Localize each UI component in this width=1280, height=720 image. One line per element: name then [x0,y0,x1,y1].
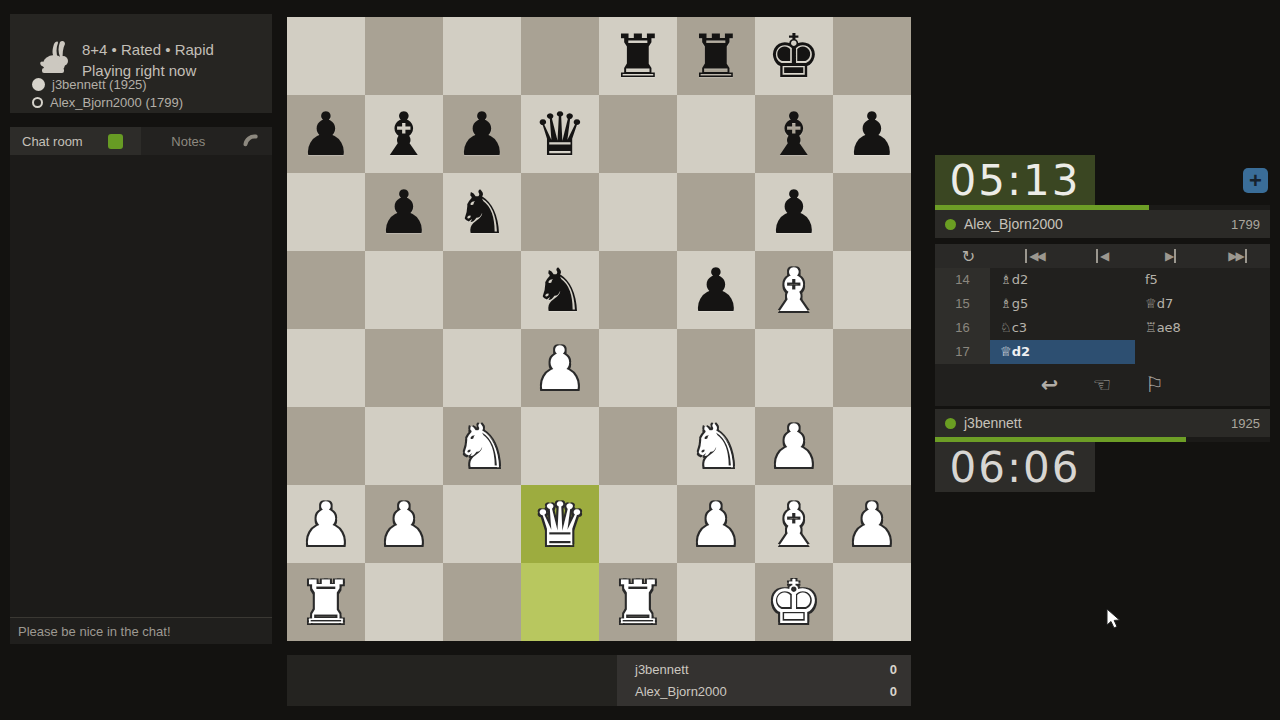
move-number: 17 [935,340,990,364]
square-d6[interactable] [521,173,599,251]
black-player-line[interactable]: Alex_Bjorn2000 (1799) [32,95,183,110]
square-c1[interactable] [443,563,521,641]
resign-button[interactable]: ⚐ [1145,373,1164,397]
black-pawn-b6[interactable]: ♟ [377,173,431,251]
rabbit-icon [32,38,72,78]
square-b6[interactable]: ♟ [365,173,443,251]
score-value-black: 0 [890,684,897,699]
chat-toggle-icon[interactable] [108,134,123,149]
square-c8[interactable] [443,17,521,95]
square-a6[interactable] [287,173,365,251]
square-g1[interactable]: ♚ [755,563,833,641]
score-name-white: j3bennett [635,662,689,677]
nav-next-icon: ▶ [1163,249,1176,263]
square-c6[interactable]: ♞ [443,173,521,251]
square-c5[interactable] [443,251,521,329]
move-number: 15 [935,292,990,316]
game-side-panel: 05:13 + Alex_Bjorn2000 1799 ↻◀◀◀▶▶▶ 14♗d… [935,155,1270,492]
bottom-clock: 06:06 [935,442,1095,492]
square-g7[interactable]: ♝ [755,95,833,173]
add-time-button[interactable]: + [1243,168,1268,193]
black-pawn-h7[interactable]: ♟ [845,95,899,173]
move-number: 16 [935,316,990,340]
square-b5[interactable] [365,251,443,329]
white-pawn-d4[interactable]: ♟ [533,329,587,407]
chat-panel: Chat room Notes [10,127,272,644]
square-f4[interactable] [677,329,755,407]
chat-room-label: Chat room [22,134,83,149]
move-15-white[interactable]: ♗g5 [990,292,1135,316]
square-a4[interactable] [287,329,365,407]
online-dot-icon [945,418,956,429]
bottom-player-rating: 1925 [1231,416,1260,431]
square-e6[interactable] [599,173,677,251]
square-d1[interactable] [521,563,599,641]
move-17-black[interactable] [1135,340,1270,364]
square-h2[interactable]: ♟ [833,485,911,563]
black-queen-d7[interactable]: ♛ [533,95,587,173]
square-h8[interactable] [833,17,911,95]
game-page: 8+4 • Rated • Rapid Playing right now j3… [0,0,1280,720]
square-e5[interactable] [599,251,677,329]
white-knight-c3[interactable]: ♞ [455,407,509,485]
nav-last-icon: ▶▶ [1226,249,1246,263]
bottom-player-name: j3bennett [964,415,1022,431]
game-info-box: 8+4 • Rated • Rapid Playing right now j3… [10,14,272,113]
square-b2[interactable]: ♟ [365,485,443,563]
square-a1[interactable]: ♜ [287,563,365,641]
square-f8[interactable]: ♜ [677,17,755,95]
square-h7[interactable]: ♟ [833,95,911,173]
phone-icon[interactable] [242,132,260,150]
move-row-16: 16♘c3♖ae8 [935,316,1270,340]
white-pawn-f2[interactable]: ♟ [689,485,743,563]
score-box: j3bennett 0 Alex_Bjorn2000 0 [617,655,911,706]
square-f2[interactable]: ♟ [677,485,755,563]
square-d7[interactable]: ♛ [521,95,599,173]
white-bishop-g5[interactable]: ♝ [767,251,821,329]
black-pawn-g6[interactable]: ♟ [767,173,821,251]
square-e4[interactable] [599,329,677,407]
square-c2[interactable] [443,485,521,563]
square-a8[interactable] [287,17,365,95]
square-b7[interactable]: ♝ [365,95,443,173]
mouse-cursor [1106,608,1122,630]
square-a3[interactable] [287,407,365,485]
square-f1[interactable] [677,563,755,641]
move-list: 14♗d2f515♗g5♕d716♘c3♖ae817♕d2 [935,268,1270,364]
score-value-white: 0 [890,662,897,677]
move-14-black[interactable]: f5 [1135,268,1270,292]
square-f3[interactable]: ♞ [677,407,755,485]
square-d4[interactable]: ♟ [521,329,599,407]
black-knight-c6[interactable]: ♞ [455,173,509,251]
square-g8[interactable]: ♚ [755,17,833,95]
square-g2[interactable]: ♝ [755,485,833,563]
black-disc-icon [32,97,43,108]
square-h4[interactable] [833,329,911,407]
black-player-label: Alex_Bjorn2000 (1799) [50,95,183,110]
square-b8[interactable] [365,17,443,95]
white-pawn-h2[interactable]: ♟ [845,485,899,563]
score-bar: j3bennett 0 Alex_Bjorn2000 0 [287,655,911,706]
nav-prev-button[interactable]: ◀ [1069,249,1136,263]
nav-last-button[interactable]: ▶▶ [1203,249,1270,263]
nav-flip-icon: ↻ [960,247,977,266]
online-dot-icon [945,219,956,230]
nav-prev-icon: ◀ [1096,249,1109,263]
chat-tabs: Chat room Notes [10,127,272,155]
black-rook-e8[interactable]: ♜ [611,17,665,95]
white-pawn-g3[interactable]: ♟ [767,407,821,485]
square-f7[interactable] [677,95,755,173]
square-e1[interactable]: ♜ [599,563,677,641]
move-row-15: 15♗g5♕d7 [935,292,1270,316]
square-e8[interactable]: ♜ [599,17,677,95]
nav-first-button[interactable]: ◀◀ [1002,249,1069,263]
square-c3[interactable]: ♞ [443,407,521,485]
square-h5[interactable] [833,251,911,329]
square-e7[interactable] [599,95,677,173]
move-16-black[interactable]: ♖ae8 [1135,316,1270,340]
chat-input-row [10,617,272,644]
square-a7[interactable]: ♟ [287,95,365,173]
chat-input[interactable] [10,618,272,644]
nav-next-button[interactable]: ▶ [1136,249,1203,263]
square-b3[interactable] [365,407,443,485]
score-row-white: j3bennett 0 [617,662,911,677]
score-row-black: Alex_Bjorn2000 0 [617,684,911,699]
white-queen-d2[interactable]: ♛ [533,485,587,563]
move-15-black[interactable]: ♕d7 [1135,292,1270,316]
square-e2[interactable] [599,485,677,563]
square-a2[interactable]: ♟ [287,485,365,563]
square-b4[interactable] [365,329,443,407]
square-g4[interactable] [755,329,833,407]
white-rook-e1[interactable]: ♜ [611,563,665,641]
white-pawn-a2[interactable]: ♟ [299,485,353,563]
top-clock: 05:13 [935,155,1095,205]
offer-draw-button[interactable]: ☜ [1092,373,1111,397]
chat-messages [10,155,272,617]
white-knight-f3[interactable]: ♞ [689,407,743,485]
move-row-14: 14♗d2f5 [935,268,1270,292]
white-player-line[interactable]: j3bennett (1925) [32,77,147,92]
square-d2[interactable]: ♛ [521,485,599,563]
black-pawn-a7[interactable]: ♟ [299,95,353,173]
white-bishop-g2[interactable]: ♝ [767,485,821,563]
square-g3[interactable]: ♟ [755,407,833,485]
black-pawn-f5[interactable]: ♟ [689,251,743,329]
square-f5[interactable]: ♟ [677,251,755,329]
move-nav-bar: ↻◀◀◀▶▶▶ [935,244,1270,268]
square-c4[interactable] [443,329,521,407]
square-d5[interactable]: ♞ [521,251,599,329]
square-g5[interactable]: ♝ [755,251,833,329]
black-king-g8[interactable]: ♚ [767,17,821,95]
nav-flip-button[interactable]: ↻ [935,247,1002,266]
black-knight-d5[interactable]: ♞ [533,251,587,329]
square-e3[interactable] [599,407,677,485]
black-bishop-g7[interactable]: ♝ [767,95,821,173]
square-a5[interactable] [287,251,365,329]
white-rook-a1[interactable]: ♜ [299,563,353,641]
white-player-label: j3bennett (1925) [52,77,147,92]
white-pawn-b2[interactable]: ♟ [377,485,431,563]
white-disc-icon [32,78,45,91]
takeback-button[interactable]: ↩ [1041,373,1059,397]
tab-chat-room[interactable]: Chat room [10,127,141,155]
black-bishop-b7[interactable]: ♝ [377,95,431,173]
chess-board: ♜♜♚♟♝♟♛♝♟♟♞♟♞♟♝♟♞♞♟♟♟♛♟♝♟♜♜♚ [287,17,911,641]
notes-label: Notes [171,134,205,149]
top-player-rating: 1799 [1231,217,1260,232]
move-14-white[interactable]: ♗d2 [990,268,1135,292]
square-g6[interactable]: ♟ [755,173,833,251]
white-king-g1[interactable]: ♚ [767,563,821,641]
square-f6[interactable] [677,173,755,251]
game-actions: ↩☜⚐ [935,364,1270,406]
top-player-row[interactable]: Alex_Bjorn2000 1799 [935,210,1270,238]
score-name-black: Alex_Bjorn2000 [635,684,727,699]
time-control-label: 8+4 • Rated • Rapid [82,41,214,58]
move-17-white[interactable]: ♕d2 [990,340,1135,364]
move-number: 14 [935,268,990,292]
square-h3[interactable] [833,407,911,485]
move-16-white[interactable]: ♘c3 [990,316,1135,340]
black-pawn-c7[interactable]: ♟ [455,95,509,173]
tab-notes[interactable]: Notes [141,127,272,155]
square-d8[interactable] [521,17,599,95]
square-c7[interactable]: ♟ [443,95,521,173]
top-player-name: Alex_Bjorn2000 [964,216,1063,232]
square-d3[interactable] [521,407,599,485]
black-rook-f8[interactable]: ♜ [689,17,743,95]
bottom-player-row[interactable]: j3bennett 1925 [935,409,1270,437]
square-h1[interactable] [833,563,911,641]
move-row-17: 17♕d2 [935,340,1270,364]
square-h6[interactable] [833,173,911,251]
nav-first-icon: ◀◀ [1025,249,1045,263]
square-b1[interactable] [365,563,443,641]
